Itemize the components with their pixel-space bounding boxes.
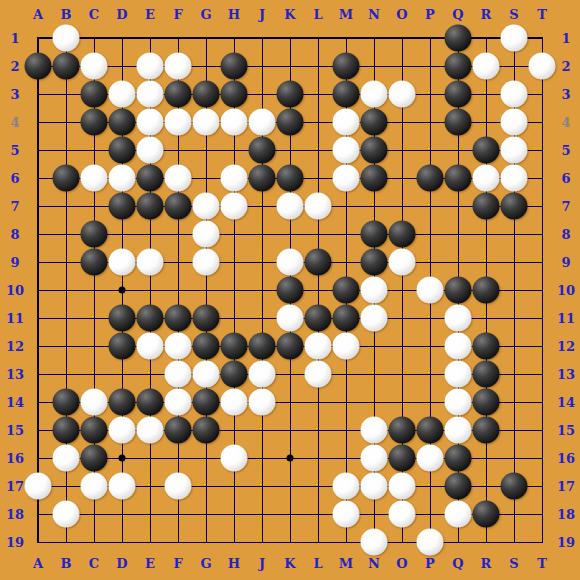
- coord-label-T: T: [537, 8, 547, 21]
- white-stone-E3: [137, 81, 164, 108]
- black-stone-Q2: [445, 53, 472, 80]
- black-stone-M11: [333, 305, 360, 332]
- coord-label-8: 8: [10, 228, 19, 241]
- black-stone-C8: [81, 221, 108, 248]
- white-stone-D6: [109, 165, 136, 192]
- black-stone-E14: [137, 389, 164, 416]
- white-stone-S3: [501, 81, 528, 108]
- white-stone-E2: [137, 53, 164, 80]
- black-stone-H12: [221, 333, 248, 360]
- white-stone-E5: [137, 137, 164, 164]
- black-stone-G14: [193, 389, 220, 416]
- black-stone-H3: [221, 81, 248, 108]
- black-stone-G15: [193, 417, 220, 444]
- white-stone-G13: [193, 361, 220, 388]
- coord-label-12: 12: [557, 340, 575, 353]
- black-stone-E7: [137, 193, 164, 220]
- coord-label-K: K: [284, 8, 295, 21]
- black-stone-R10: [473, 277, 500, 304]
- white-stone-M17: [333, 473, 360, 500]
- coord-label-10: 10: [6, 284, 24, 297]
- black-stone-P15: [417, 417, 444, 444]
- black-stone-B15: [53, 417, 80, 444]
- black-stone-Q16: [445, 445, 472, 472]
- white-stone-P10: [417, 277, 444, 304]
- white-stone-Q12: [445, 333, 472, 360]
- coord-label-7: 7: [561, 200, 570, 213]
- grid-vline: [318, 38, 319, 543]
- white-stone-F17: [165, 473, 192, 500]
- white-stone-P16: [417, 445, 444, 472]
- coord-label-5: 5: [561, 144, 570, 157]
- black-stone-N5: [361, 137, 388, 164]
- coord-label-O: O: [396, 8, 407, 21]
- black-stone-D12: [109, 333, 136, 360]
- white-stone-N17: [361, 473, 388, 500]
- white-stone-M5: [333, 137, 360, 164]
- white-stone-B16: [53, 445, 80, 472]
- black-stone-R12: [473, 333, 500, 360]
- black-stone-D14: [109, 389, 136, 416]
- white-stone-E12: [137, 333, 164, 360]
- white-stone-B18: [53, 501, 80, 528]
- coord-label-14: 14: [6, 396, 24, 409]
- white-stone-L12: [305, 333, 332, 360]
- black-stone-J12: [249, 333, 276, 360]
- black-stone-N9: [361, 249, 388, 276]
- coord-label-9: 9: [561, 256, 570, 269]
- black-stone-H13: [221, 361, 248, 388]
- coord-label-15: 15: [557, 424, 575, 437]
- white-stone-Q13: [445, 361, 472, 388]
- white-stone-N3: [361, 81, 388, 108]
- coord-label-R: R: [481, 8, 492, 21]
- coord-label-P: P: [425, 8, 435, 21]
- black-stone-L9: [305, 249, 332, 276]
- coord-label-17: 17: [6, 480, 24, 493]
- coord-label-19: 19: [557, 536, 575, 549]
- white-stone-L13: [305, 361, 332, 388]
- black-stone-E11: [137, 305, 164, 332]
- coord-label-J: J: [259, 557, 265, 570]
- coord-label-A: A: [33, 8, 43, 21]
- white-stone-B1: [53, 25, 80, 52]
- coord-label-11: 11: [557, 312, 575, 325]
- white-stone-T2: [529, 53, 556, 80]
- coord-label-P: P: [425, 557, 435, 570]
- black-stone-A2: [25, 53, 52, 80]
- black-stone-S17: [501, 473, 528, 500]
- white-stone-N16: [361, 445, 388, 472]
- black-stone-M10: [333, 277, 360, 304]
- black-stone-O8: [389, 221, 416, 248]
- white-stone-C2: [81, 53, 108, 80]
- white-stone-N10: [361, 277, 388, 304]
- white-stone-C6: [81, 165, 108, 192]
- white-stone-Q15: [445, 417, 472, 444]
- black-stone-M3: [333, 81, 360, 108]
- white-stone-R2: [473, 53, 500, 80]
- coord-label-17: 17: [557, 480, 575, 493]
- coord-label-F: F: [173, 557, 182, 570]
- white-stone-M4: [333, 109, 360, 136]
- white-stone-H4: [221, 109, 248, 136]
- white-stone-S5: [501, 137, 528, 164]
- black-stone-C16: [81, 445, 108, 472]
- black-stone-Q4: [445, 109, 472, 136]
- coord-label-B: B: [61, 557, 72, 570]
- coord-label-6: 6: [10, 172, 19, 185]
- white-stone-H7: [221, 193, 248, 220]
- coord-label-15: 15: [6, 424, 24, 437]
- white-stone-D3: [109, 81, 136, 108]
- white-stone-S1: [501, 25, 528, 52]
- white-stone-S4: [501, 109, 528, 136]
- coord-label-13: 13: [557, 368, 575, 381]
- coord-label-19: 19: [6, 536, 24, 549]
- coord-label-6: 6: [561, 172, 570, 185]
- coord-label-G: G: [200, 557, 211, 570]
- white-stone-O9: [389, 249, 416, 276]
- white-stone-O17: [389, 473, 416, 500]
- coord-label-18: 18: [557, 508, 575, 521]
- black-stone-K6: [277, 165, 304, 192]
- coord-label-E: E: [145, 557, 155, 570]
- black-stone-B2: [53, 53, 80, 80]
- coord-label-16: 16: [557, 452, 575, 465]
- white-stone-N11: [361, 305, 388, 332]
- coord-label-S: S: [509, 557, 518, 570]
- coord-label-4: 4: [561, 116, 570, 129]
- white-stone-E9: [137, 249, 164, 276]
- white-stone-H16: [221, 445, 248, 472]
- coord-label-8: 8: [561, 228, 570, 241]
- black-stone-M2: [333, 53, 360, 80]
- coord-label-F: F: [173, 8, 182, 21]
- black-stone-F11: [165, 305, 192, 332]
- coord-label-A: A: [33, 557, 43, 570]
- black-stone-R18: [473, 501, 500, 528]
- white-stone-S6: [501, 165, 528, 192]
- white-stone-C14: [81, 389, 108, 416]
- white-stone-O18: [389, 501, 416, 528]
- coord-label-O: O: [396, 557, 407, 570]
- white-stone-K9: [277, 249, 304, 276]
- white-stone-F13: [165, 361, 192, 388]
- hoshi-point: [119, 455, 126, 462]
- white-stone-Q14: [445, 389, 472, 416]
- coord-label-18: 18: [6, 508, 24, 521]
- coord-label-10: 10: [557, 284, 575, 297]
- black-stone-P6: [417, 165, 444, 192]
- white-stone-K11: [277, 305, 304, 332]
- white-stone-F2: [165, 53, 192, 80]
- white-stone-G8: [193, 221, 220, 248]
- white-stone-H14: [221, 389, 248, 416]
- black-stone-K12: [277, 333, 304, 360]
- coord-label-L: L: [313, 557, 322, 570]
- black-stone-J6: [249, 165, 276, 192]
- coord-label-16: 16: [6, 452, 24, 465]
- white-stone-F14: [165, 389, 192, 416]
- black-stone-R7: [473, 193, 500, 220]
- black-stone-F3: [165, 81, 192, 108]
- coord-label-3: 3: [10, 88, 19, 101]
- coord-label-N: N: [368, 8, 380, 21]
- white-stone-E4: [137, 109, 164, 136]
- black-stone-K10: [277, 277, 304, 304]
- black-stone-G3: [193, 81, 220, 108]
- coord-label-D: D: [116, 557, 127, 570]
- white-stone-G7: [193, 193, 220, 220]
- black-stone-Q1: [445, 25, 472, 52]
- white-stone-L7: [305, 193, 332, 220]
- black-stone-D4: [109, 109, 136, 136]
- black-stone-R13: [473, 361, 500, 388]
- white-stone-Q11: [445, 305, 472, 332]
- black-stone-R5: [473, 137, 500, 164]
- white-stone-M12: [333, 333, 360, 360]
- black-stone-R14: [473, 389, 500, 416]
- coord-label-G: G: [200, 8, 211, 21]
- white-stone-J13: [249, 361, 276, 388]
- coord-label-12: 12: [6, 340, 24, 353]
- coord-label-2: 2: [10, 60, 19, 73]
- coord-label-M: M: [339, 557, 353, 570]
- white-stone-F6: [165, 165, 192, 192]
- black-stone-G12: [193, 333, 220, 360]
- black-stone-F15: [165, 417, 192, 444]
- white-stone-Q18: [445, 501, 472, 528]
- coord-label-4: 4: [10, 116, 19, 129]
- black-stone-F7: [165, 193, 192, 220]
- black-stone-G11: [193, 305, 220, 332]
- black-stone-Q3: [445, 81, 472, 108]
- white-stone-E15: [137, 417, 164, 444]
- hoshi-point: [287, 455, 294, 462]
- coord-label-H: H: [228, 557, 240, 570]
- white-stone-G9: [193, 249, 220, 276]
- grid-vline: [542, 38, 543, 543]
- coord-label-K: K: [284, 557, 295, 570]
- coord-label-1: 1: [10, 32, 19, 45]
- coord-label-L: L: [313, 8, 322, 21]
- white-stone-H6: [221, 165, 248, 192]
- black-stone-K4: [277, 109, 304, 136]
- coord-label-M: M: [339, 8, 353, 21]
- coord-label-H: H: [228, 8, 240, 21]
- coord-label-3: 3: [561, 88, 570, 101]
- black-stone-C4: [81, 109, 108, 136]
- white-stone-M6: [333, 165, 360, 192]
- coord-label-J: J: [259, 8, 265, 21]
- white-stone-R6: [473, 165, 500, 192]
- black-stone-D11: [109, 305, 136, 332]
- coord-label-14: 14: [557, 396, 575, 409]
- black-stone-C3: [81, 81, 108, 108]
- white-stone-J14: [249, 389, 276, 416]
- black-stone-N4: [361, 109, 388, 136]
- black-stone-C9: [81, 249, 108, 276]
- white-stone-M18: [333, 501, 360, 528]
- grid-hline: [38, 542, 543, 543]
- white-stone-D17: [109, 473, 136, 500]
- coord-label-S: S: [509, 8, 518, 21]
- black-stone-D7: [109, 193, 136, 220]
- coord-label-2: 2: [561, 60, 570, 73]
- white-stone-O3: [389, 81, 416, 108]
- coord-label-C: C: [89, 557, 99, 570]
- coord-label-N: N: [368, 557, 380, 570]
- black-stone-O15: [389, 417, 416, 444]
- black-stone-D5: [109, 137, 136, 164]
- white-stone-A17: [25, 473, 52, 500]
- coord-label-E: E: [145, 8, 155, 21]
- black-stone-B14: [53, 389, 80, 416]
- coord-label-9: 9: [10, 256, 19, 269]
- white-stone-D15: [109, 417, 136, 444]
- black-stone-Q17: [445, 473, 472, 500]
- white-stone-C17: [81, 473, 108, 500]
- white-stone-F4: [165, 109, 192, 136]
- black-stone-C15: [81, 417, 108, 444]
- black-stone-N8: [361, 221, 388, 248]
- coord-label-1: 1: [561, 32, 570, 45]
- coord-label-7: 7: [10, 200, 19, 213]
- coord-label-5: 5: [10, 144, 19, 157]
- coord-label-D: D: [116, 8, 127, 21]
- black-stone-E6: [137, 165, 164, 192]
- coord-label-13: 13: [6, 368, 24, 381]
- black-stone-O16: [389, 445, 416, 472]
- white-stone-D9: [109, 249, 136, 276]
- coord-label-Q: Q: [452, 8, 463, 21]
- black-stone-L11: [305, 305, 332, 332]
- white-stone-N19: [361, 529, 388, 556]
- black-stone-B6: [53, 165, 80, 192]
- black-stone-R15: [473, 417, 500, 444]
- coord-label-C: C: [89, 8, 99, 21]
- coord-label-R: R: [481, 557, 492, 570]
- black-stone-Q6: [445, 165, 472, 192]
- black-stone-J5: [249, 137, 276, 164]
- white-stone-P19: [417, 529, 444, 556]
- go-board[interactable]: AABBCCDDEEFFGGHHJJKKLLMMNNOOPPQQRRSSTT11…: [0, 0, 580, 580]
- white-stone-F12: [165, 333, 192, 360]
- black-stone-N6: [361, 165, 388, 192]
- coord-label-Q: Q: [452, 557, 463, 570]
- white-stone-K7: [277, 193, 304, 220]
- coord-label-T: T: [537, 557, 547, 570]
- black-stone-Q10: [445, 277, 472, 304]
- white-stone-N15: [361, 417, 388, 444]
- black-stone-H2: [221, 53, 248, 80]
- coord-label-B: B: [61, 8, 72, 21]
- coord-label-11: 11: [6, 312, 24, 325]
- white-stone-G4: [193, 109, 220, 136]
- black-stone-S7: [501, 193, 528, 220]
- black-stone-K3: [277, 81, 304, 108]
- white-stone-J4: [249, 109, 276, 136]
- hoshi-point: [119, 287, 126, 294]
